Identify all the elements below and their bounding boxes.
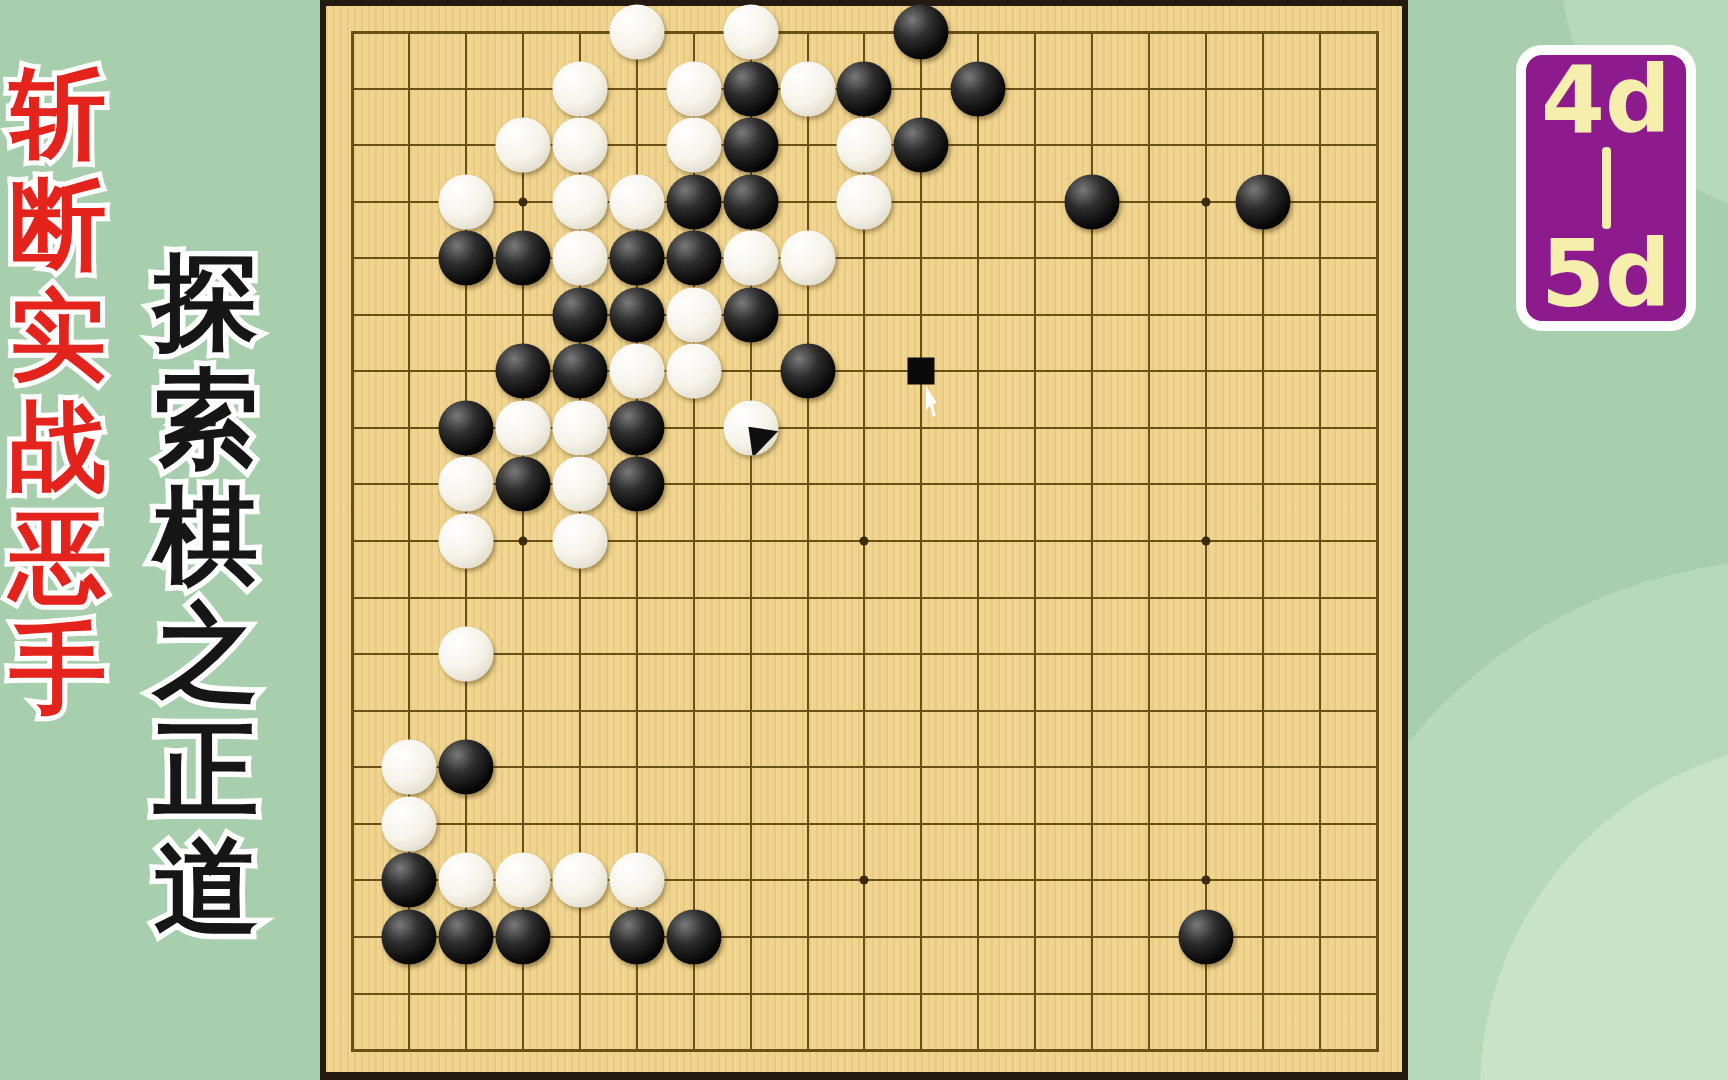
banner-character: 探 bbox=[140, 244, 272, 361]
grid-line-horizontal bbox=[351, 1049, 1379, 1052]
black-stone bbox=[609, 287, 664, 342]
white-stone bbox=[552, 400, 607, 455]
white-stone bbox=[609, 853, 664, 908]
black-stone bbox=[894, 5, 949, 60]
candidate-move-square-marker[interactable] bbox=[908, 358, 935, 385]
white-stone bbox=[552, 61, 607, 116]
black-stone bbox=[723, 61, 778, 116]
grid-line-horizontal bbox=[351, 766, 1379, 768]
banner-character: 斩 bbox=[0, 58, 116, 169]
grid-line-horizontal bbox=[351, 653, 1379, 655]
white-stone bbox=[666, 61, 721, 116]
black-stone bbox=[837, 61, 892, 116]
banner-character: 战 bbox=[0, 391, 116, 502]
banner-character: 道 bbox=[140, 829, 272, 946]
black-stone bbox=[894, 118, 949, 173]
left-title-banner: 斩断实战恶手 bbox=[0, 58, 116, 724]
black-stone bbox=[951, 61, 1006, 116]
white-stone bbox=[723, 400, 778, 455]
rank-badge-bottom: 5d bbox=[1541, 229, 1671, 321]
white-stone bbox=[381, 796, 436, 851]
black-stone bbox=[723, 174, 778, 229]
black-stone bbox=[609, 400, 664, 455]
star-point bbox=[1202, 876, 1211, 885]
white-stone bbox=[495, 853, 550, 908]
white-stone bbox=[723, 5, 778, 60]
banner-character: 之 bbox=[140, 595, 272, 712]
white-stone bbox=[438, 627, 493, 682]
rank-badge: 4d 5d bbox=[1516, 45, 1696, 331]
white-stone bbox=[381, 740, 436, 795]
banner-character: 正 bbox=[140, 712, 272, 829]
white-stone bbox=[666, 287, 721, 342]
white-stone bbox=[666, 118, 721, 173]
white-stone bbox=[780, 231, 835, 286]
grid-line-horizontal bbox=[351, 993, 1379, 995]
white-stone bbox=[552, 457, 607, 512]
grid-line-vertical bbox=[1148, 31, 1150, 1052]
black-stone bbox=[552, 344, 607, 399]
grid-line-horizontal bbox=[351, 597, 1379, 599]
star-point bbox=[860, 537, 869, 546]
white-stone bbox=[837, 118, 892, 173]
grid-line-vertical bbox=[1376, 31, 1379, 1052]
white-stone bbox=[495, 400, 550, 455]
banner-character: 恶 bbox=[0, 502, 116, 613]
grid-line-vertical bbox=[1319, 31, 1321, 1052]
grid-line-horizontal bbox=[351, 710, 1379, 712]
black-stone bbox=[495, 344, 550, 399]
black-stone bbox=[438, 740, 493, 795]
black-stone bbox=[1236, 174, 1291, 229]
black-stone bbox=[438, 231, 493, 286]
black-stone bbox=[381, 853, 436, 908]
last-move-triangle-marker bbox=[723, 400, 778, 455]
white-stone bbox=[552, 118, 607, 173]
star-point bbox=[1202, 537, 1211, 546]
grid-line-vertical bbox=[977, 31, 979, 1052]
black-stone bbox=[495, 457, 550, 512]
black-stone bbox=[723, 287, 778, 342]
white-stone bbox=[609, 344, 664, 399]
black-stone bbox=[780, 344, 835, 399]
black-stone bbox=[723, 118, 778, 173]
white-stone bbox=[438, 174, 493, 229]
black-stone bbox=[438, 909, 493, 964]
white-stone bbox=[552, 853, 607, 908]
white-stone bbox=[438, 853, 493, 908]
white-stone bbox=[438, 514, 493, 569]
grid-line-vertical bbox=[920, 31, 922, 1052]
white-stone bbox=[780, 61, 835, 116]
black-stone bbox=[609, 909, 664, 964]
grid-line-vertical bbox=[1034, 31, 1036, 1052]
white-stone bbox=[666, 344, 721, 399]
banner-character: 索 bbox=[140, 361, 272, 478]
board-grid[interactable] bbox=[326, 6, 1402, 1072]
banner-character: 棋 bbox=[140, 478, 272, 595]
black-stone bbox=[666, 909, 721, 964]
black-stone bbox=[495, 909, 550, 964]
star-point bbox=[860, 876, 869, 885]
white-stone bbox=[552, 231, 607, 286]
white-stone bbox=[723, 231, 778, 286]
black-stone bbox=[666, 174, 721, 229]
white-stone bbox=[609, 174, 664, 229]
white-stone bbox=[609, 5, 664, 60]
star-point bbox=[518, 197, 527, 206]
star-point bbox=[1202, 197, 1211, 206]
banner-character: 手 bbox=[0, 613, 116, 724]
go-board[interactable] bbox=[320, 0, 1408, 1080]
white-stone bbox=[552, 174, 607, 229]
black-stone bbox=[495, 231, 550, 286]
page: 斩断实战恶手 探索棋之正道 4d 5d bbox=[0, 0, 1728, 1080]
rank-badge-top: 4d bbox=[1541, 55, 1671, 147]
banner-character: 实 bbox=[0, 280, 116, 391]
black-stone bbox=[1065, 174, 1120, 229]
black-stone bbox=[1179, 909, 1234, 964]
banner-character: 断 bbox=[0, 169, 116, 280]
star-point bbox=[518, 537, 527, 546]
white-stone bbox=[837, 174, 892, 229]
white-stone bbox=[438, 457, 493, 512]
black-stone bbox=[438, 400, 493, 455]
grid-line-horizontal bbox=[351, 823, 1379, 825]
black-stone bbox=[381, 909, 436, 964]
rank-badge-separator bbox=[1602, 147, 1611, 229]
black-stone bbox=[609, 457, 664, 512]
black-stone bbox=[609, 231, 664, 286]
white-stone bbox=[495, 118, 550, 173]
white-stone bbox=[552, 514, 607, 569]
black-stone bbox=[552, 287, 607, 342]
black-stone bbox=[666, 231, 721, 286]
subtitle-banner: 探索棋之正道 bbox=[140, 244, 272, 946]
